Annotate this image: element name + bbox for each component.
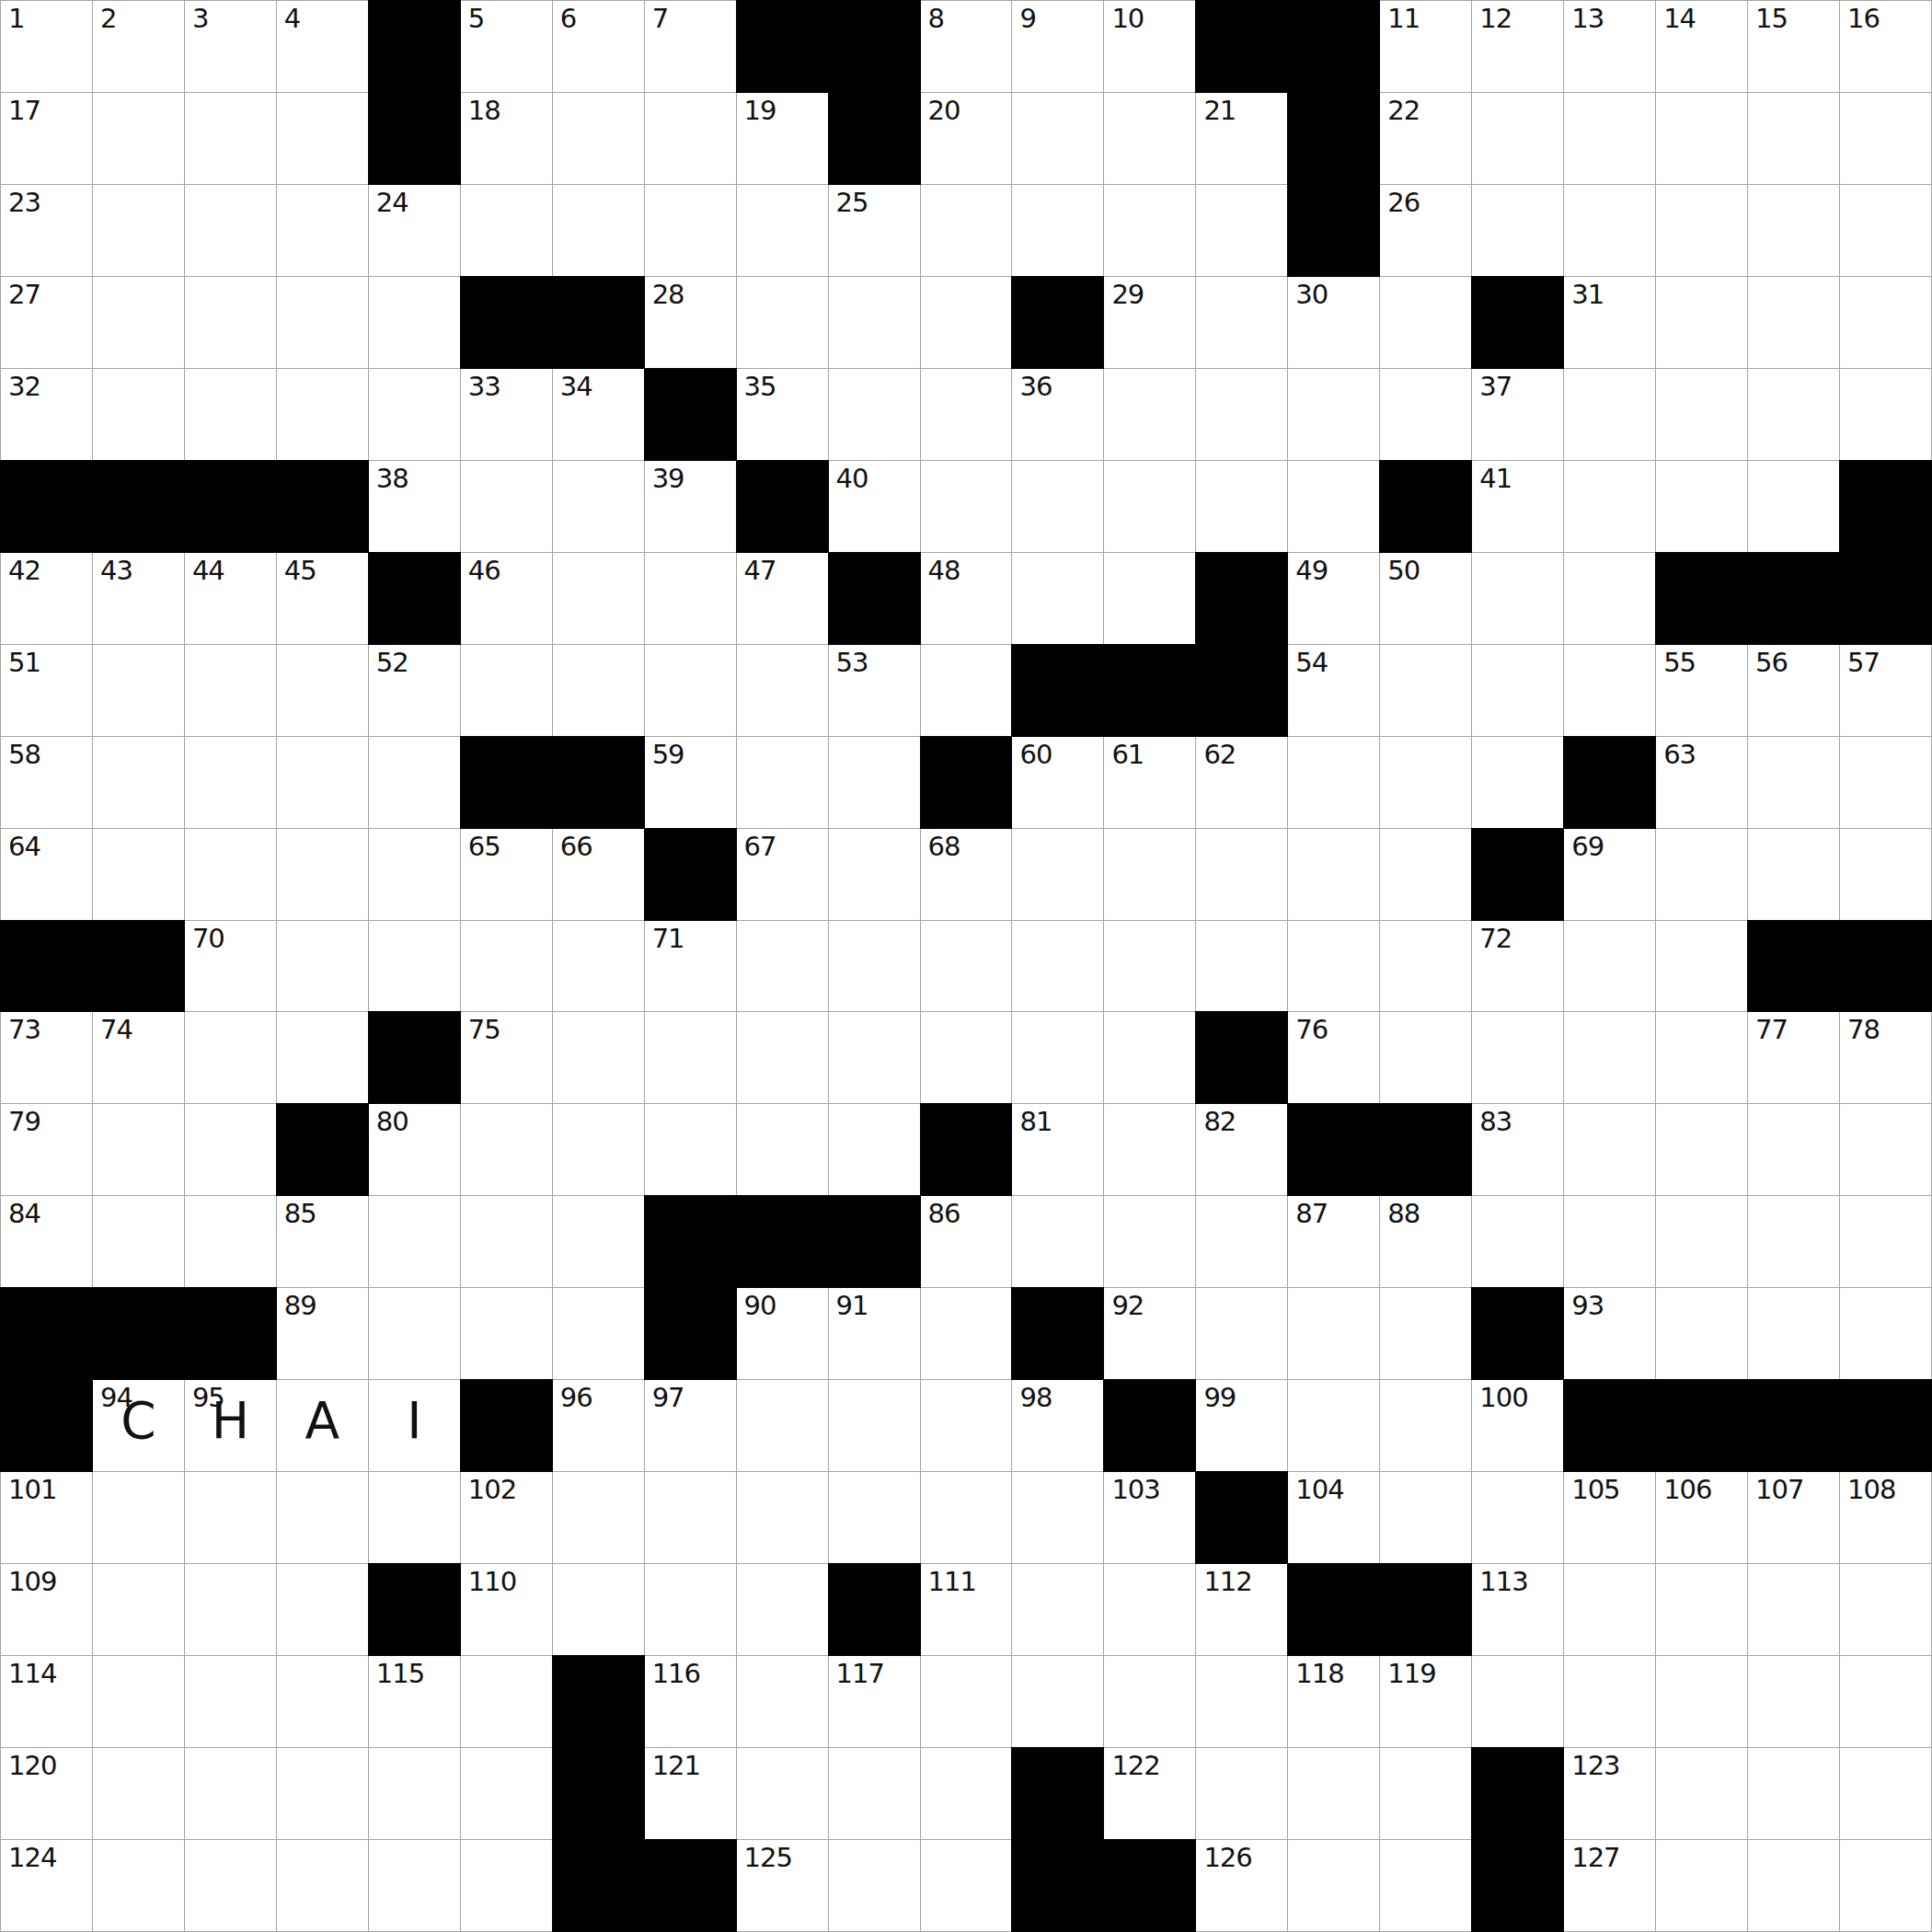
cell-r10-c13[interactable] <box>1104 829 1195 920</box>
cell-r6-c12[interactable] <box>1012 461 1103 552</box>
cell-r5-c2[interactable] <box>93 369 184 460</box>
cell-r8-c1[interactable]: 51 <box>1 645 92 736</box>
cell-r3-c14[interactable] <box>1196 185 1287 276</box>
cell-r3-c3[interactable] <box>185 185 276 276</box>
cell-r10-c9[interactable]: 67 <box>737 829 828 920</box>
cell-r12-c1[interactable]: 73 <box>1 1012 92 1103</box>
cell-r12-c12[interactable] <box>1012 1012 1103 1103</box>
cell-r8-c19[interactable]: 55 <box>1656 645 1747 736</box>
cell-r16-c4[interactable]: A <box>277 1380 368 1471</box>
cell-r2-c19[interactable] <box>1656 93 1747 184</box>
cell-r20-c14[interactable] <box>1196 1748 1287 1839</box>
cell-r13-c3[interactable] <box>185 1104 276 1195</box>
cell-r4-c4[interactable] <box>277 277 368 368</box>
cell-r3-c21[interactable] <box>1840 185 1931 276</box>
cell-r16-c17[interactable]: 100 <box>1472 1380 1563 1471</box>
cell-r16-c3[interactable]: 95H <box>185 1380 276 1471</box>
cell-r6-c8[interactable]: 39 <box>645 461 736 552</box>
cell-r16-c16[interactable] <box>1380 1380 1471 1471</box>
cell-r2-c2[interactable] <box>93 93 184 184</box>
cell-r12-c18[interactable] <box>1564 1012 1655 1103</box>
cell-r13-c6[interactable] <box>461 1104 552 1195</box>
cell-r14-c4[interactable]: 85 <box>277 1196 368 1287</box>
cell-r20-c19[interactable] <box>1656 1748 1747 1839</box>
cell-r12-c7[interactable] <box>553 1012 644 1103</box>
cell-r15-c7[interactable] <box>553 1288 644 1379</box>
cell-r17-c20[interactable]: 107 <box>1748 1472 1839 1563</box>
cell-r19-c2[interactable] <box>93 1656 184 1747</box>
cell-r6-c13[interactable] <box>1104 461 1195 552</box>
cell-r21-c2[interactable] <box>93 1840 184 1931</box>
cell-r10-c14[interactable] <box>1196 829 1287 920</box>
cell-r15-c18[interactable]: 93 <box>1564 1288 1655 1379</box>
cell-r15-c5[interactable] <box>369 1288 460 1379</box>
cell-r10-c21[interactable] <box>1840 829 1931 920</box>
cell-r11-c12[interactable] <box>1012 921 1103 1012</box>
cell-r10-c1[interactable]: 64 <box>1 829 92 920</box>
cell-r16-c10[interactable] <box>829 1380 920 1471</box>
cell-r14-c6[interactable] <box>461 1196 552 1287</box>
cell-r9-c16[interactable] <box>1380 737 1471 828</box>
cell-r2-c7[interactable] <box>553 93 644 184</box>
cell-r2-c14[interactable]: 21 <box>1196 93 1287 184</box>
cell-r7-c2[interactable]: 43 <box>93 553 184 644</box>
cell-r4-c1[interactable]: 27 <box>1 277 92 368</box>
cell-r8-c16[interactable] <box>1380 645 1471 736</box>
cell-r1-c20[interactable]: 15 <box>1748 1 1839 92</box>
cell-r18-c4[interactable] <box>277 1564 368 1655</box>
cell-r9-c21[interactable] <box>1840 737 1931 828</box>
cell-r12-c10[interactable] <box>829 1012 920 1103</box>
cell-r2-c4[interactable] <box>277 93 368 184</box>
cell-r5-c1[interactable]: 32 <box>1 369 92 460</box>
cell-r3-c19[interactable] <box>1656 185 1747 276</box>
cell-r9-c20[interactable] <box>1748 737 1839 828</box>
cell-r8-c7[interactable] <box>553 645 644 736</box>
cell-r9-c1[interactable]: 58 <box>1 737 92 828</box>
cell-r5-c9[interactable]: 35 <box>737 369 828 460</box>
cell-r19-c11[interactable] <box>921 1656 1012 1747</box>
cell-r16-c5[interactable]: I <box>369 1380 460 1471</box>
cell-r19-c6[interactable] <box>461 1656 552 1747</box>
cell-r8-c3[interactable] <box>185 645 276 736</box>
cell-r15-c11[interactable] <box>921 1288 1012 1379</box>
cell-r14-c19[interactable] <box>1656 1196 1747 1287</box>
cell-r1-c17[interactable]: 12 <box>1472 1 1563 92</box>
cell-r16-c2[interactable]: 94C <box>93 1380 184 1471</box>
cell-r11-c18[interactable] <box>1564 921 1655 1012</box>
cell-r12-c11[interactable] <box>921 1012 1012 1103</box>
cell-r9-c2[interactable] <box>93 737 184 828</box>
cell-r20-c15[interactable] <box>1288 1748 1379 1839</box>
cell-r20-c3[interactable] <box>185 1748 276 1839</box>
cell-r19-c12[interactable] <box>1012 1656 1103 1747</box>
cell-r13-c19[interactable] <box>1656 1104 1747 1195</box>
cell-r17-c5[interactable] <box>369 1472 460 1563</box>
cell-r8-c11[interactable] <box>921 645 1012 736</box>
cell-r1-c19[interactable]: 14 <box>1656 1 1747 92</box>
cell-r18-c17[interactable]: 113 <box>1472 1564 1563 1655</box>
cell-r21-c5[interactable] <box>369 1840 460 1931</box>
cell-r19-c20[interactable] <box>1748 1656 1839 1747</box>
cell-r8-c6[interactable] <box>461 645 552 736</box>
cell-r6-c14[interactable] <box>1196 461 1287 552</box>
cell-r7-c9[interactable]: 47 <box>737 553 828 644</box>
cell-r3-c1[interactable]: 23 <box>1 185 92 276</box>
cell-r6-c11[interactable] <box>921 461 1012 552</box>
cell-r20-c13[interactable]: 122 <box>1104 1748 1195 1839</box>
cell-r14-c17[interactable] <box>1472 1196 1563 1287</box>
cell-r3-c2[interactable] <box>93 185 184 276</box>
cell-r7-c3[interactable]: 44 <box>185 553 276 644</box>
cell-r6-c6[interactable] <box>461 461 552 552</box>
cell-r16-c11[interactable] <box>921 1380 1012 1471</box>
cell-r2-c21[interactable] <box>1840 93 1931 184</box>
cell-r15-c20[interactable] <box>1748 1288 1839 1379</box>
cell-r14-c14[interactable] <box>1196 1196 1287 1287</box>
cell-r21-c20[interactable] <box>1748 1840 1839 1931</box>
cell-r19-c10[interactable]: 117 <box>829 1656 920 1747</box>
cell-r6-c18[interactable] <box>1564 461 1655 552</box>
cell-r21-c9[interactable]: 125 <box>737 1840 828 1931</box>
cell-r9-c12[interactable]: 60 <box>1012 737 1103 828</box>
cell-r11-c10[interactable] <box>829 921 920 1012</box>
cell-r17-c1[interactable]: 101 <box>1 1472 92 1563</box>
cell-r18-c21[interactable] <box>1840 1564 1931 1655</box>
cell-r14-c20[interactable] <box>1748 1196 1839 1287</box>
cell-r10-c6[interactable]: 65 <box>461 829 552 920</box>
cell-r1-c7[interactable]: 6 <box>553 1 644 92</box>
cell-r13-c13[interactable] <box>1104 1104 1195 1195</box>
cell-r9-c15[interactable] <box>1288 737 1379 828</box>
cell-r19-c16[interactable]: 119 <box>1380 1656 1471 1747</box>
cell-r17-c12[interactable] <box>1012 1472 1103 1563</box>
cell-r9-c19[interactable]: 63 <box>1656 737 1747 828</box>
cell-r17-c4[interactable] <box>277 1472 368 1563</box>
cell-r20-c1[interactable]: 120 <box>1 1748 92 1839</box>
cell-r11-c11[interactable] <box>921 921 1012 1012</box>
cell-r9-c14[interactable]: 62 <box>1196 737 1287 828</box>
cell-r3-c13[interactable] <box>1104 185 1195 276</box>
cell-r21-c19[interactable] <box>1656 1840 1747 1931</box>
cell-r3-c9[interactable] <box>737 185 828 276</box>
cell-r17-c13[interactable]: 103 <box>1104 1472 1195 1563</box>
cell-r14-c16[interactable]: 88 <box>1380 1196 1471 1287</box>
cell-r8-c21[interactable]: 57 <box>1840 645 1931 736</box>
cell-r8-c5[interactable]: 52 <box>369 645 460 736</box>
cell-r2-c12[interactable] <box>1012 93 1103 184</box>
cell-r13-c8[interactable] <box>645 1104 736 1195</box>
cell-r2-c17[interactable] <box>1472 93 1563 184</box>
cell-r13-c14[interactable]: 82 <box>1196 1104 1287 1195</box>
cell-r19-c3[interactable] <box>185 1656 276 1747</box>
cell-r12-c13[interactable] <box>1104 1012 1195 1103</box>
cell-r9-c5[interactable] <box>369 737 460 828</box>
cell-r8-c10[interactable]: 53 <box>829 645 920 736</box>
cell-r20-c6[interactable] <box>461 1748 552 1839</box>
cell-r10-c19[interactable] <box>1656 829 1747 920</box>
cell-r15-c16[interactable] <box>1380 1288 1471 1379</box>
cell-r10-c12[interactable] <box>1012 829 1103 920</box>
cell-r7-c11[interactable]: 48 <box>921 553 1012 644</box>
cell-r10-c5[interactable] <box>369 829 460 920</box>
cell-r3-c4[interactable] <box>277 185 368 276</box>
cell-r13-c12[interactable]: 81 <box>1012 1104 1103 1195</box>
cell-r12-c4[interactable] <box>277 1012 368 1103</box>
cell-r1-c16[interactable]: 11 <box>1380 1 1471 92</box>
cell-r16-c9[interactable] <box>737 1380 828 1471</box>
cell-r15-c14[interactable] <box>1196 1288 1287 1379</box>
cell-r1-c13[interactable]: 10 <box>1104 1 1195 92</box>
cell-r7-c6[interactable]: 46 <box>461 553 552 644</box>
cell-r4-c10[interactable] <box>829 277 920 368</box>
cell-r17-c15[interactable]: 104 <box>1288 1472 1379 1563</box>
cell-r13-c9[interactable] <box>737 1104 828 1195</box>
cell-r21-c21[interactable] <box>1840 1840 1931 1931</box>
cell-r17-c9[interactable] <box>737 1472 828 1563</box>
cell-r8-c2[interactable] <box>93 645 184 736</box>
cell-r5-c11[interactable] <box>921 369 1012 460</box>
cell-r15-c10[interactable]: 91 <box>829 1288 920 1379</box>
cell-r2-c13[interactable] <box>1104 93 1195 184</box>
cell-r13-c7[interactable] <box>553 1104 644 1195</box>
cell-r12-c3[interactable] <box>185 1012 276 1103</box>
cell-r3-c7[interactable] <box>553 185 644 276</box>
cell-r12-c2[interactable]: 74 <box>93 1012 184 1103</box>
cell-r4-c8[interactable]: 28 <box>645 277 736 368</box>
cell-r17-c18[interactable]: 105 <box>1564 1472 1655 1563</box>
cell-r19-c5[interactable]: 115 <box>369 1656 460 1747</box>
cell-r8-c4[interactable] <box>277 645 368 736</box>
cell-r2-c16[interactable]: 22 <box>1380 93 1471 184</box>
cell-r2-c18[interactable] <box>1564 93 1655 184</box>
cell-r11-c16[interactable] <box>1380 921 1471 1012</box>
cell-r3-c18[interactable] <box>1564 185 1655 276</box>
cell-r5-c16[interactable] <box>1380 369 1471 460</box>
cell-r3-c20[interactable] <box>1748 185 1839 276</box>
cell-r21-c4[interactable] <box>277 1840 368 1931</box>
cell-r1-c11[interactable]: 8 <box>921 1 1012 92</box>
cell-r10-c16[interactable] <box>1380 829 1471 920</box>
cell-r18-c18[interactable] <box>1564 1564 1655 1655</box>
cell-r21-c11[interactable] <box>921 1840 1012 1931</box>
cell-r16-c8[interactable]: 97 <box>645 1380 736 1471</box>
cell-r12-c8[interactable] <box>645 1012 736 1103</box>
cell-r14-c7[interactable] <box>553 1196 644 1287</box>
cell-r7-c4[interactable]: 45 <box>277 553 368 644</box>
cell-r13-c5[interactable]: 80 <box>369 1104 460 1195</box>
cell-r8-c20[interactable]: 56 <box>1748 645 1839 736</box>
cell-r21-c14[interactable]: 126 <box>1196 1840 1287 1931</box>
cell-r11-c15[interactable] <box>1288 921 1379 1012</box>
cell-r9-c9[interactable] <box>737 737 828 828</box>
cell-r4-c13[interactable]: 29 <box>1104 277 1195 368</box>
cell-r11-c5[interactable] <box>369 921 460 1012</box>
cell-r9-c13[interactable]: 61 <box>1104 737 1195 828</box>
cell-r2-c6[interactable]: 18 <box>461 93 552 184</box>
cell-r3-c17[interactable] <box>1472 185 1563 276</box>
cell-r11-c3[interactable]: 70 <box>185 921 276 1012</box>
cell-r3-c5[interactable]: 24 <box>369 185 460 276</box>
cell-r1-c21[interactable]: 16 <box>1840 1 1931 92</box>
cell-r16-c15[interactable] <box>1288 1380 1379 1471</box>
cell-r19-c8[interactable]: 116 <box>645 1656 736 1747</box>
cell-r4-c15[interactable]: 30 <box>1288 277 1379 368</box>
cell-r14-c18[interactable] <box>1564 1196 1655 1287</box>
cell-r4-c21[interactable] <box>1840 277 1931 368</box>
cell-r21-c15[interactable] <box>1288 1840 1379 1931</box>
cell-r20-c11[interactable] <box>921 1748 1012 1839</box>
cell-r7-c8[interactable] <box>645 553 736 644</box>
cell-r6-c17[interactable]: 41 <box>1472 461 1563 552</box>
cell-r18-c7[interactable] <box>553 1564 644 1655</box>
cell-r12-c15[interactable]: 76 <box>1288 1012 1379 1103</box>
cell-r19-c13[interactable] <box>1104 1656 1195 1747</box>
cell-r6-c10[interactable]: 40 <box>829 461 920 552</box>
cell-r19-c17[interactable] <box>1472 1656 1563 1747</box>
cell-r21-c16[interactable] <box>1380 1840 1471 1931</box>
cell-r15-c19[interactable] <box>1656 1288 1747 1379</box>
cell-r13-c10[interactable] <box>829 1104 920 1195</box>
cell-r4-c9[interactable] <box>737 277 828 368</box>
cell-r2-c11[interactable]: 20 <box>921 93 1012 184</box>
cell-r18-c2[interactable] <box>93 1564 184 1655</box>
cell-r4-c19[interactable] <box>1656 277 1747 368</box>
cell-r15-c4[interactable]: 89 <box>277 1288 368 1379</box>
cell-r12-c21[interactable]: 78 <box>1840 1012 1931 1103</box>
cell-r10-c15[interactable] <box>1288 829 1379 920</box>
cell-r7-c15[interactable]: 49 <box>1288 553 1379 644</box>
cell-r19-c19[interactable] <box>1656 1656 1747 1747</box>
cell-r16-c14[interactable]: 99 <box>1196 1380 1287 1471</box>
cell-r20-c9[interactable] <box>737 1748 828 1839</box>
cell-r19-c1[interactable]: 114 <box>1 1656 92 1747</box>
cell-r14-c12[interactable] <box>1012 1196 1103 1287</box>
cell-r11-c8[interactable]: 71 <box>645 921 736 1012</box>
cell-r19-c14[interactable] <box>1196 1656 1287 1747</box>
cell-r14-c2[interactable] <box>93 1196 184 1287</box>
cell-r9-c10[interactable] <box>829 737 920 828</box>
cell-r15-c9[interactable]: 90 <box>737 1288 828 1379</box>
cell-r9-c17[interactable] <box>1472 737 1563 828</box>
cell-r10-c2[interactable] <box>93 829 184 920</box>
cell-r8-c9[interactable] <box>737 645 828 736</box>
cell-r20-c8[interactable]: 121 <box>645 1748 736 1839</box>
cell-r2-c20[interactable] <box>1748 93 1839 184</box>
cell-r13-c2[interactable] <box>93 1104 184 1195</box>
cell-r6-c19[interactable] <box>1656 461 1747 552</box>
cell-r2-c9[interactable]: 19 <box>737 93 828 184</box>
cell-r13-c20[interactable] <box>1748 1104 1839 1195</box>
cell-r9-c8[interactable]: 59 <box>645 737 736 828</box>
cell-r11-c19[interactable] <box>1656 921 1747 1012</box>
cell-r5-c10[interactable] <box>829 369 920 460</box>
cell-r5-c4[interactable] <box>277 369 368 460</box>
cell-r3-c8[interactable] <box>645 185 736 276</box>
cell-r5-c19[interactable] <box>1656 369 1747 460</box>
cell-r20-c21[interactable] <box>1840 1748 1931 1839</box>
cell-r7-c12[interactable] <box>1012 553 1103 644</box>
cell-r3-c10[interactable]: 25 <box>829 185 920 276</box>
cell-r12-c6[interactable]: 75 <box>461 1012 552 1103</box>
cell-r19-c4[interactable] <box>277 1656 368 1747</box>
cell-r21-c6[interactable] <box>461 1840 552 1931</box>
cell-r7-c16[interactable]: 50 <box>1380 553 1471 644</box>
cell-r9-c4[interactable] <box>277 737 368 828</box>
cell-r12-c19[interactable] <box>1656 1012 1747 1103</box>
cell-r18-c20[interactable] <box>1748 1564 1839 1655</box>
cell-r14-c3[interactable] <box>185 1196 276 1287</box>
cell-r5-c3[interactable] <box>185 369 276 460</box>
cell-r5-c17[interactable]: 37 <box>1472 369 1563 460</box>
cell-r8-c15[interactable]: 54 <box>1288 645 1379 736</box>
cell-r1-c6[interactable]: 5 <box>461 1 552 92</box>
cell-r13-c1[interactable]: 79 <box>1 1104 92 1195</box>
cell-r17-c19[interactable]: 106 <box>1656 1472 1747 1563</box>
cell-r19-c21[interactable] <box>1840 1656 1931 1747</box>
cell-r5-c21[interactable] <box>1840 369 1931 460</box>
cell-r1-c18[interactable]: 13 <box>1564 1 1655 92</box>
cell-r13-c21[interactable] <box>1840 1104 1931 1195</box>
cell-r20-c2[interactable] <box>93 1748 184 1839</box>
cell-r19-c9[interactable] <box>737 1656 828 1747</box>
cell-r20-c18[interactable]: 123 <box>1564 1748 1655 1839</box>
cell-r12-c9[interactable] <box>737 1012 828 1103</box>
cell-r14-c15[interactable]: 87 <box>1288 1196 1379 1287</box>
cell-r3-c16[interactable]: 26 <box>1380 185 1471 276</box>
cell-r18-c14[interactable]: 112 <box>1196 1564 1287 1655</box>
cell-r1-c8[interactable]: 7 <box>645 1 736 92</box>
cell-r17-c8[interactable] <box>645 1472 736 1563</box>
cell-r18-c13[interactable] <box>1104 1564 1195 1655</box>
cell-r6-c20[interactable] <box>1748 461 1839 552</box>
cell-r10-c20[interactable] <box>1748 829 1839 920</box>
cell-r4-c20[interactable] <box>1748 277 1839 368</box>
cell-r14-c11[interactable]: 86 <box>921 1196 1012 1287</box>
cell-r21-c1[interactable]: 124 <box>1 1840 92 1931</box>
cell-r17-c21[interactable]: 108 <box>1840 1472 1931 1563</box>
cell-r11-c9[interactable] <box>737 921 828 1012</box>
cell-r1-c2[interactable]: 2 <box>93 1 184 92</box>
cell-r1-c4[interactable]: 4 <box>277 1 368 92</box>
cell-r13-c18[interactable] <box>1564 1104 1655 1195</box>
cell-r18-c8[interactable] <box>645 1564 736 1655</box>
cell-r17-c10[interactable] <box>829 1472 920 1563</box>
cell-r16-c12[interactable]: 98 <box>1012 1380 1103 1471</box>
cell-r4-c14[interactable] <box>1196 277 1287 368</box>
cell-r21-c3[interactable] <box>185 1840 276 1931</box>
cell-r20-c16[interactable] <box>1380 1748 1471 1839</box>
cell-r18-c19[interactable] <box>1656 1564 1747 1655</box>
cell-r5-c5[interactable] <box>369 369 460 460</box>
cell-r18-c1[interactable]: 109 <box>1 1564 92 1655</box>
cell-r18-c11[interactable]: 111 <box>921 1564 1012 1655</box>
cell-r10-c18[interactable]: 69 <box>1564 829 1655 920</box>
cell-r6-c7[interactable] <box>553 461 644 552</box>
cell-r4-c11[interactable] <box>921 277 1012 368</box>
cell-r11-c14[interactable] <box>1196 921 1287 1012</box>
cell-r14-c21[interactable] <box>1840 1196 1931 1287</box>
cell-r13-c17[interactable]: 83 <box>1472 1104 1563 1195</box>
cell-r4-c5[interactable] <box>369 277 460 368</box>
cell-r15-c6[interactable] <box>461 1288 552 1379</box>
cell-r14-c1[interactable]: 84 <box>1 1196 92 1287</box>
cell-r7-c13[interactable] <box>1104 553 1195 644</box>
cell-r11-c4[interactable] <box>277 921 368 1012</box>
cell-r12-c17[interactable] <box>1472 1012 1563 1103</box>
cell-r20-c4[interactable] <box>277 1748 368 1839</box>
cell-r17-c16[interactable] <box>1380 1472 1471 1563</box>
